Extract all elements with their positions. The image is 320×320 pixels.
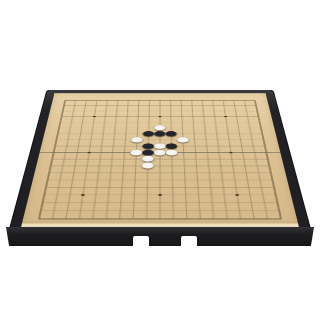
white-stone: ● <box>154 125 165 131</box>
stones-grid: ●●●●●●●●●●●●●●● <box>31 98 288 223</box>
latch-notch-right <box>181 236 197 248</box>
white-stone: ● <box>131 136 143 142</box>
board-surface: ●●●●●●●●●●●●●●● <box>21 93 299 226</box>
latch-notch-left <box>133 236 149 248</box>
product-photo: ●●●●●●●●●●●●●●● <box>0 0 320 320</box>
white-stone: ● <box>177 136 189 142</box>
go-board: ●●●●●●●●●●●●●●● <box>8 90 312 233</box>
white-stone: ● <box>166 149 178 155</box>
white-stone: ● <box>142 162 154 169</box>
board-front-edge <box>6 227 314 246</box>
